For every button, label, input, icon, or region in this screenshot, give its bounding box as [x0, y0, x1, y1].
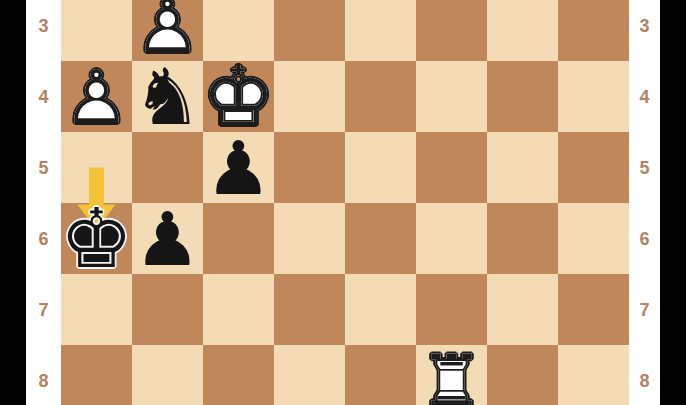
square-g8[interactable]: [132, 345, 203, 405]
rank-label-3: 3: [629, 15, 660, 37]
right-black-bar: [660, 0, 686, 405]
rank-label-8: 8: [26, 370, 61, 392]
square-g7[interactable]: [132, 274, 203, 345]
rank-label-4: 4: [629, 86, 660, 108]
square-c6[interactable]: [416, 203, 487, 274]
square-c3[interactable]: [416, 0, 487, 61]
rank-label-5: 5: [629, 157, 660, 179]
square-b6[interactable]: [487, 203, 558, 274]
square-a8[interactable]: [558, 345, 629, 405]
rank-label-6: 6: [629, 228, 660, 250]
square-c7[interactable]: [416, 274, 487, 345]
square-b4[interactable]: [487, 61, 558, 132]
square-d3[interactable]: [345, 0, 416, 61]
video-frame: 345678 ♟♙♟♙♞♚♔♟♚♟♜♖ 345678: [0, 0, 686, 405]
square-e5[interactable]: [274, 132, 345, 203]
rank-label-4: 4: [26, 86, 61, 108]
square-e8[interactable]: [274, 345, 345, 405]
square-b3[interactable]: [487, 0, 558, 61]
square-f7[interactable]: [203, 274, 274, 345]
square-h8[interactable]: [61, 345, 132, 405]
chess-board: ♟♙♟♙♞♚♔♟♚♟♜♖: [61, 0, 629, 405]
square-b7[interactable]: [487, 274, 558, 345]
left-rank-strip: 345678: [26, 0, 61, 405]
square-f8[interactable]: [203, 345, 274, 405]
piece-black-knight[interactable]: ♞: [132, 61, 203, 132]
square-e4[interactable]: [274, 61, 345, 132]
square-b5[interactable]: [487, 132, 558, 203]
square-d7[interactable]: [345, 274, 416, 345]
rank-label-5: 5: [26, 157, 61, 179]
square-e6[interactable]: [274, 203, 345, 274]
rank-label-7: 7: [629, 299, 660, 321]
rank-label-3: 3: [26, 15, 61, 37]
square-a7[interactable]: [558, 274, 629, 345]
square-a5[interactable]: [558, 132, 629, 203]
piece-black-pawn[interactable]: ♟: [203, 132, 274, 203]
rank-label-8: 8: [629, 370, 660, 392]
piece-white-rook[interactable]: ♜♖: [416, 345, 487, 405]
left-black-bar: [0, 0, 26, 405]
square-d5[interactable]: [345, 132, 416, 203]
square-f6[interactable]: [203, 203, 274, 274]
square-d8[interactable]: [345, 345, 416, 405]
square-e3[interactable]: [274, 0, 345, 61]
square-c4[interactable]: [416, 61, 487, 132]
square-d6[interactable]: [345, 203, 416, 274]
rank-label-7: 7: [26, 299, 61, 321]
rank-label-6: 6: [26, 228, 61, 250]
piece-black-king[interactable]: ♚: [61, 203, 132, 274]
piece-white-king[interactable]: ♚♔: [203, 61, 274, 132]
square-b8[interactable]: [487, 345, 558, 405]
square-a6[interactable]: [558, 203, 629, 274]
square-a3[interactable]: [558, 0, 629, 61]
right-rank-strip: 345678: [629, 0, 660, 405]
square-c5[interactable]: [416, 132, 487, 203]
square-g5[interactable]: [132, 132, 203, 203]
square-a4[interactable]: [558, 61, 629, 132]
piece-white-pawn[interactable]: ♟♙: [61, 61, 132, 132]
square-d4[interactable]: [345, 61, 416, 132]
square-h3[interactable]: [61, 0, 132, 61]
square-e7[interactable]: [274, 274, 345, 345]
piece-black-pawn[interactable]: ♟: [132, 203, 203, 274]
